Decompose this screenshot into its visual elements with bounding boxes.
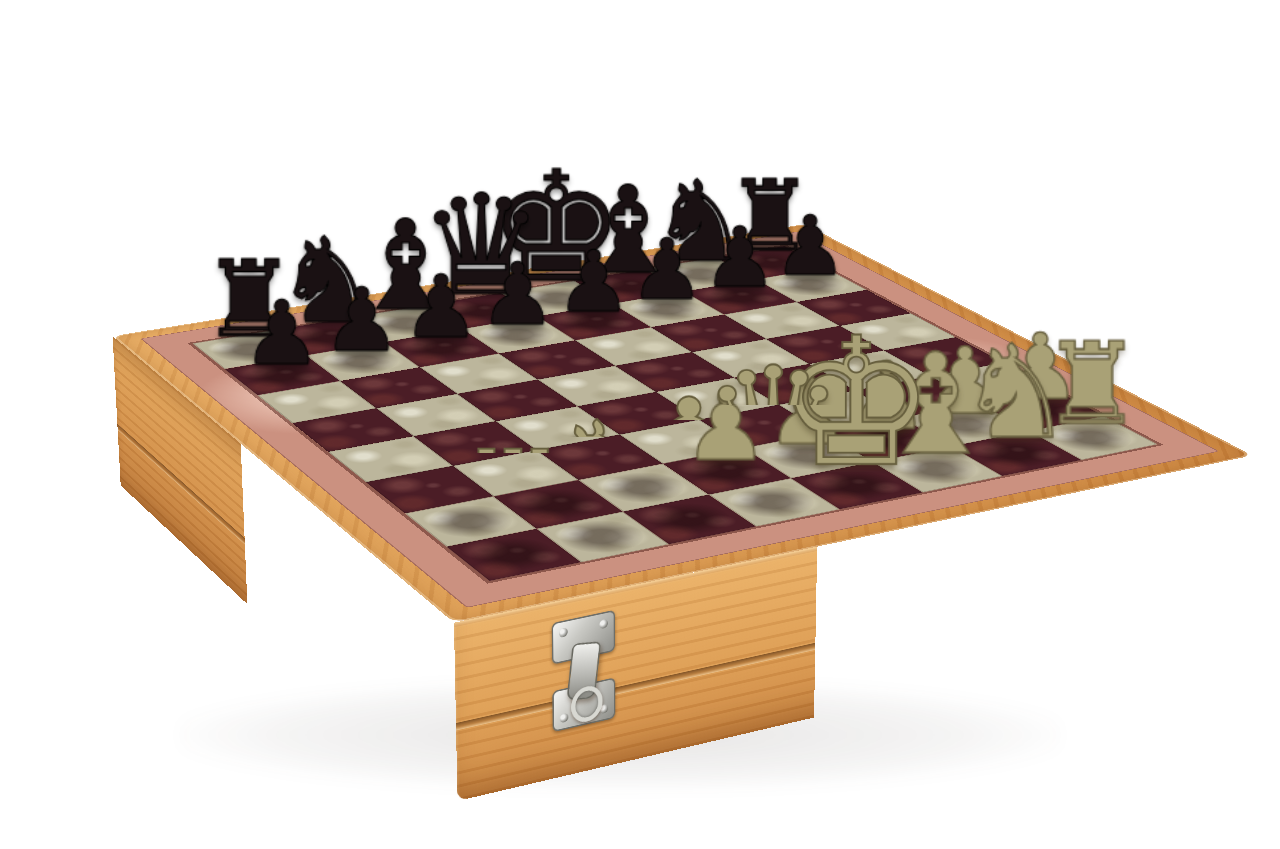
bishop-glyph: ♝ [350, 208, 462, 323]
white-pawn-b2[interactable]: ♟ [428, 222, 687, 504]
square-b8[interactable]: ♞ [272, 317, 384, 355]
screw-icon [559, 627, 568, 638]
square-a8[interactable]: ♜ [193, 330, 305, 368]
black-rook-h8[interactable]: ♜ [663, 29, 877, 262]
black-king-e8[interactable]: ♚ [446, 58, 667, 298]
square-d7[interactable]: ♟ [462, 316, 576, 354]
piece-contact-shadow [509, 283, 603, 313]
square-h8[interactable]: ♜ [716, 246, 825, 279]
piece-contact-shadow [233, 358, 331, 392]
screw-icon [1108, 589, 1116, 599]
black-bishop-f8[interactable]: ♝ [520, 48, 738, 286]
square-e8[interactable]: ♚ [501, 280, 612, 315]
black-bishop-c8[interactable]: ♝ [293, 78, 518, 323]
square-g5[interactable] [766, 325, 884, 363]
pawn-glyph: ♟ [323, 280, 401, 360]
square-h7[interactable]: ♟ [755, 267, 867, 302]
piece-contact-shadow [201, 333, 297, 366]
piece-contact-shadow [692, 281, 787, 311]
pawn-glyph: ♟ [242, 293, 321, 374]
square-g6[interactable] [724, 302, 839, 339]
metal-latch-near [549, 609, 616, 735]
black-knight-g8[interactable]: ♞ [592, 39, 808, 274]
square-d6[interactable] [498, 340, 614, 379]
black-pawn-a7[interactable]: ♟ [164, 119, 399, 375]
piece-contact-shadow [358, 307, 453, 338]
screw-icon [1112, 509, 1120, 519]
square-g7[interactable]: ♟ [684, 279, 796, 314]
pawn-glyph: ♟ [703, 220, 777, 296]
rook-glyph: ♜ [201, 252, 296, 349]
pawn-glyph: ♟ [402, 268, 480, 348]
square-h6[interactable] [796, 289, 910, 325]
piece-contact-shadow [724, 248, 817, 276]
wooden-chess-box: ♜♞♝♛♚♝♞♜♟♟♟♟♟♟♟♟♟♟♟♟♟♟♟♟♜♞♝♛♚♝♞♜ [113, 224, 1253, 622]
square-c6[interactable] [420, 353, 537, 393]
black-pawn-c7[interactable]: ♟ [326, 97, 556, 347]
black-pawn-e7[interactable]: ♟ [481, 76, 706, 321]
piece-contact-shadow [470, 318, 567, 350]
screw-icon [560, 712, 569, 723]
pawn-glyph: ♟ [480, 255, 557, 334]
black-pawn-g7[interactable]: ♟ [630, 57, 850, 297]
screw-icon [599, 618, 608, 629]
square-h4[interactable] [883, 337, 1003, 376]
screw-icon [1146, 502, 1154, 512]
rook-glyph: ♜ [726, 172, 814, 262]
white-pawn-d2[interactable]: ♟ [600, 195, 853, 470]
white-pawn-g2[interactable]: ♟ [843, 158, 1087, 424]
square-f8[interactable]: ♝ [574, 269, 684, 304]
square-e5[interactable] [615, 352, 734, 392]
piece-contact-shadow [434, 295, 528, 326]
square-a7[interactable]: ♟ [224, 355, 339, 395]
black-pawn-f7[interactable]: ♟ [556, 66, 779, 308]
black-pawn-b7[interactable]: ♟ [246, 108, 478, 361]
black-queen-d8[interactable]: ♛ [370, 68, 593, 310]
square-h5[interactable] [839, 313, 956, 350]
piece-contact-shadow [620, 293, 716, 324]
knight-glyph: ♞ [650, 171, 750, 274]
square-b7[interactable]: ♟ [305, 341, 420, 380]
black-knight-b8[interactable]: ♞ [214, 88, 442, 336]
black-pawn-h7[interactable]: ♟ [702, 47, 920, 284]
piece-contact-shadow [763, 270, 858, 299]
piece-contact-shadow [393, 331, 490, 364]
piece-contact-shadow [314, 344, 412, 377]
square-f7[interactable]: ♟ [611, 291, 724, 327]
piece-contact-shadow [654, 259, 747, 288]
pawn-glyph: ♟ [630, 232, 705, 309]
square-f5[interactable] [691, 338, 809, 377]
piece-contact-shadow [546, 306, 642, 337]
black-pawn-d7[interactable]: ♟ [404, 87, 631, 334]
square-c7[interactable]: ♟ [384, 328, 498, 366]
square-g4[interactable] [809, 350, 929, 390]
square-f6[interactable] [650, 314, 765, 351]
pawn-glyph: ♟ [556, 243, 632, 321]
queen-glyph: ♛ [419, 182, 544, 310]
king-glyph: ♚ [487, 157, 624, 298]
pawn-glyph: ♟ [774, 209, 848, 284]
product-photo-scene: ♜♞♝♛♚♝♞♜♟♟♟♟♟♟♟♟♟♟♟♟♟♟♟♟♜♞♝♛♚♝♞♜ [0, 0, 1280, 849]
square-e7[interactable]: ♟ [537, 303, 650, 340]
white-pawn-h2[interactable]: ♟ [920, 146, 1161, 409]
metal-latch-far [1099, 493, 1160, 610]
bishop-glyph: ♝ [575, 175, 683, 286]
square-d8[interactable]: ♛ [426, 292, 537, 328]
knight-glyph: ♞ [275, 227, 381, 335]
piece-contact-shadow [582, 271, 676, 300]
black-rook-a8[interactable]: ♜ [134, 99, 364, 349]
square-g3[interactable] [854, 376, 977, 417]
square-e6[interactable] [575, 327, 691, 365]
piece-contact-shadow [280, 320, 375, 352]
square-g8[interactable]: ♞ [645, 257, 755, 291]
square-c8[interactable]: ♝ [350, 305, 462, 342]
